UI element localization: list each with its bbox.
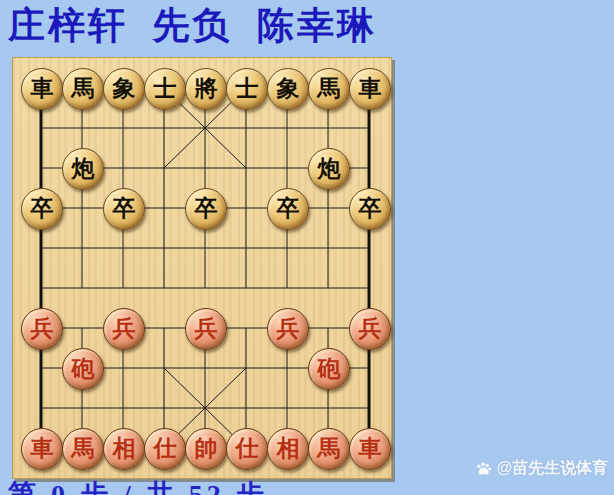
piece-red-chariot[interactable]: 車	[349, 428, 391, 470]
piece-red-chariot[interactable]: 車	[21, 428, 63, 470]
piece-black-cannon[interactable]: 炮	[308, 148, 350, 190]
piece-black-horse[interactable]: 馬	[62, 68, 104, 110]
piece-red-horse[interactable]: 馬	[62, 428, 104, 470]
piece-red-soldier[interactable]: 兵	[267, 308, 309, 350]
piece-red-advisor[interactable]: 仕	[226, 428, 268, 470]
piece-red-soldier[interactable]: 兵	[185, 308, 227, 350]
piece-red-horse[interactable]: 馬	[308, 428, 350, 470]
app-window: 庄梓轩 先负 陈幸琳	[0, 0, 614, 495]
piece-black-soldier[interactable]: 卒	[267, 188, 309, 230]
piece-black-chariot[interactable]: 車	[21, 68, 63, 110]
watermark: @苗先生说体育	[476, 458, 608, 479]
piece-black-advisor[interactable]: 士	[226, 68, 268, 110]
piece-red-elephant[interactable]: 相	[267, 428, 309, 470]
piece-black-elephant[interactable]: 象	[103, 68, 145, 110]
piece-black-general[interactable]: 將	[185, 68, 227, 110]
page-title: 庄梓轩 先负 陈幸琳	[8, 1, 377, 51]
xiangqi-board[interactable]: 車馬象士將士象馬車炮炮卒卒卒卒卒兵兵兵兵兵砲砲車馬相仕帥仕相馬車	[12, 57, 392, 479]
piece-black-cannon[interactable]: 炮	[62, 148, 104, 190]
piece-black-chariot[interactable]: 車	[349, 68, 391, 110]
piece-black-horse[interactable]: 馬	[308, 68, 350, 110]
piece-black-soldier[interactable]: 卒	[21, 188, 63, 230]
paw-icon	[476, 461, 492, 477]
watermark-text: @苗先生说体育	[496, 458, 608, 479]
piece-red-cannon[interactable]: 砲	[62, 348, 104, 390]
piece-red-general[interactable]: 帥	[185, 428, 227, 470]
move-counter: 第 0 步 / 共 52 步	[8, 476, 268, 495]
piece-black-soldier[interactable]: 卒	[185, 188, 227, 230]
piece-red-cannon[interactable]: 砲	[308, 348, 350, 390]
piece-red-soldier[interactable]: 兵	[349, 308, 391, 350]
piece-red-advisor[interactable]: 仕	[144, 428, 186, 470]
piece-black-soldier[interactable]: 卒	[103, 188, 145, 230]
piece-black-soldier[interactable]: 卒	[349, 188, 391, 230]
piece-red-soldier[interactable]: 兵	[103, 308, 145, 350]
piece-red-soldier[interactable]: 兵	[21, 308, 63, 350]
board-grid	[13, 58, 391, 478]
piece-black-advisor[interactable]: 士	[144, 68, 186, 110]
piece-black-elephant[interactable]: 象	[267, 68, 309, 110]
piece-red-elephant[interactable]: 相	[103, 428, 145, 470]
